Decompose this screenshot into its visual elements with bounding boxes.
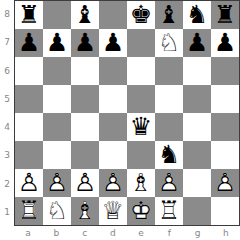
square-a2[interactable]: ♟♙ bbox=[15, 169, 43, 197]
black-pawn-piece: ♟ bbox=[99, 29, 127, 57]
white-pawn-piece: ♟♙ bbox=[71, 169, 99, 197]
square-d8[interactable] bbox=[99, 1, 127, 29]
white-king-piece: ♚♔ bbox=[127, 197, 155, 225]
square-b2[interactable]: ♟♙ bbox=[43, 169, 71, 197]
square-f7[interactable]: ♞♘ bbox=[155, 29, 183, 57]
square-g1[interactable] bbox=[183, 197, 211, 225]
square-c6[interactable] bbox=[71, 57, 99, 85]
square-d2[interactable]: ♟♙ bbox=[99, 169, 127, 197]
black-pawn-piece: ♟ bbox=[43, 29, 71, 57]
white-knight-piece: ♞♘ bbox=[155, 29, 183, 57]
square-d7[interactable]: ♟ bbox=[99, 29, 127, 57]
file-label-e: e bbox=[127, 226, 155, 240]
square-g4[interactable] bbox=[183, 113, 211, 141]
white-queen-piece: ♛♕ bbox=[99, 197, 127, 225]
square-f5[interactable] bbox=[155, 85, 183, 113]
square-f2[interactable]: ♟♙ bbox=[155, 169, 183, 197]
white-rook-piece: ♜♖ bbox=[15, 197, 43, 225]
square-e5[interactable] bbox=[127, 85, 155, 113]
rank-label-3: 3 bbox=[0, 141, 14, 169]
black-knight-piece: ♞ bbox=[155, 141, 183, 169]
square-h4[interactable] bbox=[211, 113, 239, 141]
black-queen-piece: ♛ bbox=[127, 113, 155, 141]
file-label-d: d bbox=[99, 226, 127, 240]
square-d4[interactable] bbox=[99, 113, 127, 141]
square-h1[interactable] bbox=[211, 197, 239, 225]
square-f6[interactable] bbox=[155, 57, 183, 85]
square-c2[interactable]: ♟♙ bbox=[71, 169, 99, 197]
square-g2[interactable] bbox=[183, 169, 211, 197]
file-label-g: g bbox=[184, 226, 212, 240]
rank-label-6: 6 bbox=[0, 57, 14, 85]
square-a3[interactable] bbox=[15, 141, 43, 169]
square-c3[interactable] bbox=[71, 141, 99, 169]
rank-label-8: 8 bbox=[0, 0, 14, 28]
white-pawn-piece: ♟♙ bbox=[211, 169, 239, 197]
square-e1[interactable]: ♚♔ bbox=[127, 197, 155, 225]
black-bishop-piece: ♝ bbox=[71, 1, 99, 29]
square-d6[interactable] bbox=[99, 57, 127, 85]
rank-label-7: 7 bbox=[0, 28, 14, 56]
square-b3[interactable] bbox=[43, 141, 71, 169]
white-bishop-piece: ♝♗ bbox=[71, 197, 99, 225]
rank-label-1: 1 bbox=[0, 198, 14, 226]
square-f8[interactable]: ♝ bbox=[155, 1, 183, 29]
file-label-h: h bbox=[212, 226, 240, 240]
square-c4[interactable] bbox=[71, 113, 99, 141]
square-b7[interactable]: ♟ bbox=[43, 29, 71, 57]
rank-labels: 87654321 bbox=[0, 0, 14, 226]
square-e8[interactable]: ♚ bbox=[127, 1, 155, 29]
square-e4[interactable]: ♛ bbox=[127, 113, 155, 141]
square-a6[interactable] bbox=[15, 57, 43, 85]
rank-label-5: 5 bbox=[0, 85, 14, 113]
square-d1[interactable]: ♛♕ bbox=[99, 197, 127, 225]
white-pawn-piece: ♟♙ bbox=[155, 169, 183, 197]
square-a5[interactable] bbox=[15, 85, 43, 113]
square-d3[interactable] bbox=[99, 141, 127, 169]
square-a4[interactable] bbox=[15, 113, 43, 141]
black-pawn-piece: ♟ bbox=[15, 29, 43, 57]
square-c8[interactable]: ♝ bbox=[71, 1, 99, 29]
square-f4[interactable] bbox=[155, 113, 183, 141]
square-g3[interactable] bbox=[183, 141, 211, 169]
square-h2[interactable]: ♟♙ bbox=[211, 169, 239, 197]
black-knight-piece: ♞ bbox=[183, 1, 211, 29]
square-h8[interactable]: ♜ bbox=[211, 1, 239, 29]
square-h7[interactable]: ♟ bbox=[211, 29, 239, 57]
square-f3[interactable]: ♞ bbox=[155, 141, 183, 169]
rank-label-4: 4 bbox=[0, 113, 14, 141]
chess-board-panel: 87654321 ♜♝♚♝♞♜♟♟♟♟♞♘♟♟♛♞♟♙♟♙♟♙♟♙♝♗♟♙♟♙♜… bbox=[0, 0, 240, 240]
black-pawn-piece: ♟ bbox=[183, 29, 211, 57]
square-a8[interactable]: ♜ bbox=[15, 1, 43, 29]
file-label-b: b bbox=[42, 226, 70, 240]
black-rook-piece: ♜ bbox=[211, 1, 239, 29]
file-label-a: a bbox=[14, 226, 42, 240]
file-label-f: f bbox=[155, 226, 183, 240]
black-rook-piece: ♜ bbox=[15, 1, 43, 29]
black-bishop-piece: ♝ bbox=[155, 1, 183, 29]
file-labels: abcdefgh bbox=[14, 226, 240, 240]
white-rook-piece: ♜♖ bbox=[155, 197, 183, 225]
square-b4[interactable] bbox=[43, 113, 71, 141]
square-b6[interactable] bbox=[43, 57, 71, 85]
square-c5[interactable] bbox=[71, 85, 99, 113]
white-knight-piece: ♞♘ bbox=[43, 197, 71, 225]
square-e6[interactable] bbox=[127, 57, 155, 85]
square-c7[interactable]: ♟ bbox=[71, 29, 99, 57]
square-b8[interactable] bbox=[43, 1, 71, 29]
square-g5[interactable] bbox=[183, 85, 211, 113]
rank-label-2: 2 bbox=[0, 170, 14, 198]
square-e2[interactable]: ♝♗ bbox=[127, 169, 155, 197]
square-b5[interactable] bbox=[43, 85, 71, 113]
black-king-piece: ♚ bbox=[127, 1, 155, 29]
square-h6[interactable] bbox=[211, 57, 239, 85]
chess-board: ♜♝♚♝♞♜♟♟♟♟♞♘♟♟♛♞♟♙♟♙♟♙♟♙♝♗♟♙♟♙♜♖♞♘♝♗♛♕♚♔… bbox=[14, 0, 240, 226]
black-pawn-piece: ♟ bbox=[211, 29, 239, 57]
square-h3[interactable] bbox=[211, 141, 239, 169]
square-g6[interactable] bbox=[183, 57, 211, 85]
file-label-c: c bbox=[71, 226, 99, 240]
white-bishop-piece: ♝♗ bbox=[127, 169, 155, 197]
square-c1[interactable]: ♝♗ bbox=[71, 197, 99, 225]
square-b1[interactable]: ♞♘ bbox=[43, 197, 71, 225]
square-f1[interactable]: ♜♖ bbox=[155, 197, 183, 225]
white-pawn-piece: ♟♙ bbox=[99, 169, 127, 197]
square-e7[interactable] bbox=[127, 29, 155, 57]
square-d5[interactable] bbox=[99, 85, 127, 113]
white-pawn-piece: ♟♙ bbox=[43, 169, 71, 197]
square-a7[interactable]: ♟ bbox=[15, 29, 43, 57]
square-g7[interactable]: ♟ bbox=[183, 29, 211, 57]
square-h5[interactable] bbox=[211, 85, 239, 113]
square-e3[interactable] bbox=[127, 141, 155, 169]
black-pawn-piece: ♟ bbox=[71, 29, 99, 57]
white-pawn-piece: ♟♙ bbox=[15, 169, 43, 197]
square-g8[interactable]: ♞ bbox=[183, 1, 211, 29]
square-a1[interactable]: ♜♖ bbox=[15, 197, 43, 225]
